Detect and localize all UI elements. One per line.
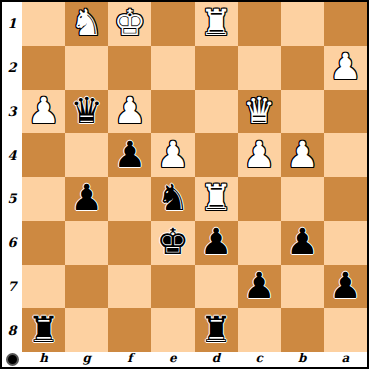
square-e5[interactable]: ♞ [151,177,194,221]
black-knight-e5: ♞ [157,177,189,219]
square-e1[interactable] [151,2,194,46]
black-pawn-c7: ♟ [243,265,275,307]
rank-label-3: 3 [2,90,22,134]
square-f4[interactable]: ♟ [108,133,151,177]
rank-label-5: 5 [2,177,22,221]
square-a1[interactable] [324,2,367,46]
file-label-e: e [151,352,194,367]
square-g2[interactable] [65,46,108,90]
square-h8[interactable]: ♜ [22,308,65,352]
square-f6[interactable] [108,221,151,265]
square-g6[interactable] [65,221,108,265]
square-a5[interactable] [324,177,367,221]
square-g8[interactable] [65,308,108,352]
white-queen-c3: ♛ [243,90,275,132]
square-e4[interactable]: ♟ [151,133,194,177]
square-d1[interactable]: ♜ [195,2,238,46]
square-g4[interactable] [65,133,108,177]
white-knight-g1: ♞ [71,2,103,44]
square-c4[interactable]: ♟ [238,133,281,177]
white-pawn-b4: ♟ [286,133,318,175]
square-h6[interactable] [22,221,65,265]
square-c6[interactable] [238,221,281,265]
square-a7[interactable]: ♟ [324,265,367,309]
square-b5[interactable] [281,177,324,221]
square-a6[interactable] [324,221,367,265]
square-f3[interactable]: ♟ [108,90,151,134]
square-b7[interactable] [281,265,324,309]
black-pawn-d6: ♟ [200,221,232,263]
file-label-h: h [22,352,65,367]
square-f1[interactable]: ♚ [108,2,151,46]
white-pawn-e4: ♟ [157,133,189,175]
rank-label-1: 1 [2,2,22,46]
file-label-d: d [195,352,238,367]
square-b6[interactable]: ♟ [281,221,324,265]
square-g1[interactable]: ♞ [65,2,108,46]
rank-label-8: 8 [2,308,22,352]
square-h3[interactable]: ♟ [22,90,65,134]
black-to-move-dot-icon [6,353,19,366]
black-rook-d8: ♜ [200,308,232,350]
square-d6[interactable]: ♟ [195,221,238,265]
black-pawn-f4: ♟ [114,133,146,175]
rank-label-4: 4 [2,133,22,177]
square-f5[interactable] [108,177,151,221]
chess-board: 1♞♚♜2♟3♟♛♟♛4♟♟♟♟5♟♞♜6♚♟♟7♟♟8♜♜hgfedcba [0,0,369,369]
square-c1[interactable] [238,2,281,46]
black-king-e6: ♚ [157,221,189,263]
square-h4[interactable] [22,133,65,177]
file-label-c: c [238,352,281,367]
square-e2[interactable] [151,46,194,90]
square-g5[interactable]: ♟ [65,177,108,221]
white-pawn-f3: ♟ [114,90,146,132]
square-a3[interactable] [324,90,367,134]
square-e3[interactable] [151,90,194,134]
white-rook-d5: ♜ [200,177,232,219]
square-a8[interactable] [324,308,367,352]
square-b4[interactable]: ♟ [281,133,324,177]
square-f8[interactable] [108,308,151,352]
square-c5[interactable] [238,177,281,221]
square-d5[interactable]: ♜ [195,177,238,221]
file-label-a: a [324,352,367,367]
square-b1[interactable] [281,2,324,46]
square-d4[interactable] [195,133,238,177]
square-h1[interactable] [22,2,65,46]
black-rook-h8: ♜ [27,308,59,350]
white-king-f1: ♚ [114,2,146,44]
square-a2[interactable]: ♟ [324,46,367,90]
side-to-move-indicator [2,352,22,367]
square-g3[interactable]: ♛ [65,90,108,134]
white-pawn-c4: ♟ [243,133,275,175]
rank-label-7: 7 [2,265,22,309]
square-c2[interactable] [238,46,281,90]
square-c3[interactable]: ♛ [238,90,281,134]
square-a4[interactable] [324,133,367,177]
white-pawn-h3: ♟ [27,90,59,132]
square-h7[interactable] [22,265,65,309]
white-pawn-a2: ♟ [329,46,361,88]
black-pawn-a7: ♟ [329,265,361,307]
square-g7[interactable] [65,265,108,309]
square-e6[interactable]: ♚ [151,221,194,265]
square-e7[interactable] [151,265,194,309]
rank-label-6: 6 [2,221,22,265]
square-c7[interactable]: ♟ [238,265,281,309]
square-d8[interactable]: ♜ [195,308,238,352]
rank-label-2: 2 [2,46,22,90]
square-b2[interactable] [281,46,324,90]
file-label-g: g [65,352,108,367]
square-h5[interactable] [22,177,65,221]
square-e8[interactable] [151,308,194,352]
square-d2[interactable] [195,46,238,90]
square-h2[interactable] [22,46,65,90]
square-b8[interactable] [281,308,324,352]
file-label-f: f [108,352,151,367]
black-pawn-b6: ♟ [286,221,318,263]
square-b3[interactable] [281,90,324,134]
square-d3[interactable] [195,90,238,134]
white-rook-d1: ♜ [200,2,232,44]
black-pawn-g5: ♟ [71,177,103,219]
square-f7[interactable] [108,265,151,309]
square-f2[interactable] [108,46,151,90]
square-d7[interactable] [195,265,238,309]
black-queen-g3: ♛ [71,90,103,132]
file-label-b: b [281,352,324,367]
square-c8[interactable] [238,308,281,352]
